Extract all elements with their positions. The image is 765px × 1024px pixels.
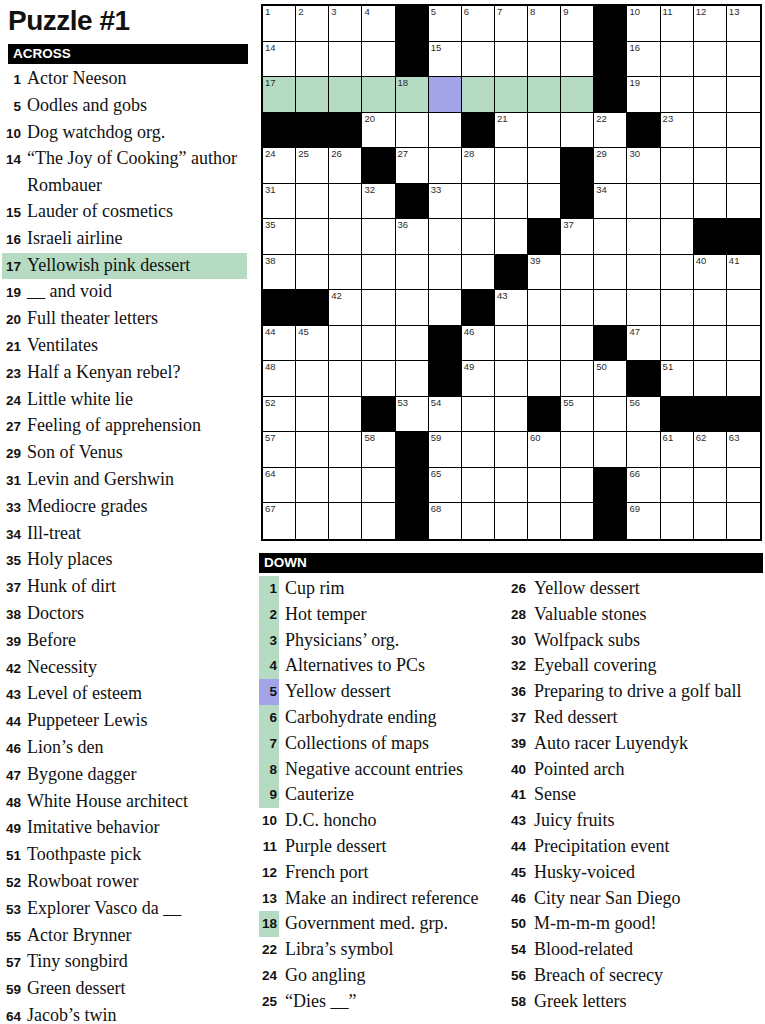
grid-cell[interactable] — [661, 326, 694, 362]
grid-cell[interactable] — [329, 77, 362, 113]
down-header-bar: DOWN — [259, 553, 763, 573]
cell-number: 30 — [629, 148, 640, 159]
grid-cell[interactable] — [396, 113, 429, 149]
across-clue-35[interactable]: 35Holy places — [6, 547, 247, 574]
down-clue-text: City near San Diego — [534, 886, 680, 912]
across-clue-47[interactable]: 47Bygone dagger — [6, 762, 247, 789]
grid-cell[interactable] — [727, 113, 760, 149]
cell-number: 20 — [364, 113, 375, 124]
grid-cell[interactable] — [727, 326, 760, 362]
down-clue-9[interactable]: 9Cauterize — [259, 782, 505, 808]
grid-cell[interactable] — [694, 184, 727, 220]
grid-cell[interactable]: 23 — [661, 113, 694, 149]
grid-cell[interactable]: 6 — [462, 6, 495, 42]
grid-cell[interactable]: 58 — [362, 432, 395, 468]
grid-cell[interactable] — [296, 184, 329, 220]
grid-cell[interactable]: 14 — [263, 42, 296, 78]
grid-cell[interactable] — [561, 361, 594, 397]
grid-cell[interactable] — [362, 326, 395, 362]
down-clue-10[interactable]: 10D.C. honcho — [259, 808, 505, 834]
grid-cell[interactable] — [694, 113, 727, 149]
grid-cell[interactable]: 57 — [263, 432, 296, 468]
grid-cell[interactable] — [561, 113, 594, 149]
grid-cell[interactable] — [694, 77, 727, 113]
across-clue-34[interactable]: 34Ill-treat — [6, 521, 247, 548]
grid-cell[interactable] — [727, 148, 760, 184]
grid-cell[interactable] — [329, 42, 362, 78]
grid-cell[interactable] — [462, 432, 495, 468]
across-clue-37[interactable]: 37Hunk of dirt — [6, 574, 247, 601]
grid-cell[interactable] — [561, 326, 594, 362]
down-clue-1[interactable]: 1Cup rim — [259, 576, 505, 602]
grid-cell[interactable] — [561, 77, 594, 113]
grid-cell[interactable]: 29 — [594, 148, 627, 184]
grid-cell[interactable]: 32 — [362, 184, 395, 220]
grid-cell[interactable]: 67 — [263, 503, 296, 539]
grid-cell[interactable]: 61 — [661, 432, 694, 468]
grid-cell[interactable] — [627, 255, 660, 291]
grid-cell[interactable] — [495, 468, 528, 504]
across-clue-64[interactable]: 64Jacob’s twin — [6, 1003, 247, 1024]
down-clue-54[interactable]: 54Blood-related — [508, 937, 764, 963]
down-clue-text: Carbohydrate ending — [285, 705, 436, 731]
grid-cell[interactable]: 63 — [727, 432, 760, 468]
grid-cell[interactable]: 37 — [561, 219, 594, 255]
grid-cell[interactable]: 41 — [727, 255, 760, 291]
grid-cell[interactable] — [462, 184, 495, 220]
across-clue-text: “The Joy of Cooking” author Rombauer — [27, 148, 237, 195]
grid-cell[interactable] — [462, 77, 495, 113]
grid-cell[interactable] — [495, 148, 528, 184]
grid-cell[interactable] — [296, 219, 329, 255]
across-clue-31[interactable]: 31Levin and Gershwin — [6, 467, 247, 494]
grid-cell[interactable] — [528, 361, 561, 397]
grid-cell[interactable]: 50 — [594, 361, 627, 397]
grid-cell[interactable] — [528, 468, 561, 504]
across-clue-29[interactable]: 29Son of Venus — [6, 440, 247, 467]
down-clue-number: 28 — [508, 602, 528, 628]
grid-cell[interactable] — [561, 290, 594, 326]
grid-cell[interactable] — [727, 503, 760, 539]
across-clue-39[interactable]: 39Before — [6, 628, 247, 655]
grid-cell[interactable] — [362, 361, 395, 397]
across-clue-23[interactable]: 23Half a Kenyan rebel? — [6, 360, 247, 387]
grid-cell[interactable]: 4 — [362, 6, 395, 42]
grid-cell[interactable] — [362, 77, 395, 113]
down-clue-22[interactable]: 22Libra’s symbol — [259, 937, 505, 963]
grid-cell[interactable]: 53 — [396, 397, 429, 433]
grid-cell[interactable] — [429, 219, 462, 255]
across-clue-48[interactable]: 48White House architect — [6, 789, 247, 816]
grid-cell[interactable]: 21 — [495, 113, 528, 149]
grid-cell[interactable]: 11 — [661, 6, 694, 42]
grid-cell[interactable] — [396, 326, 429, 362]
grid-cell[interactable] — [362, 42, 395, 78]
grid-cell[interactable] — [495, 503, 528, 539]
black-cell — [594, 503, 627, 539]
down-clue-2[interactable]: 2Hot temper — [259, 602, 505, 628]
grid-cell[interactable] — [362, 290, 395, 326]
down-clue-36[interactable]: 36Preparing to drive a golf ball — [508, 679, 764, 705]
grid-cell[interactable] — [296, 42, 329, 78]
grid-cell[interactable] — [727, 184, 760, 220]
grid-cell[interactable] — [694, 42, 727, 78]
grid-cell[interactable] — [627, 290, 660, 326]
grid-cell[interactable] — [462, 219, 495, 255]
down-clue-32[interactable]: 32Eyeball covering — [508, 653, 764, 679]
down-clue-7[interactable]: 7Collections of maps — [259, 731, 505, 757]
grid-cell[interactable]: 26 — [329, 148, 362, 184]
down-clue-37[interactable]: 37Red dessert — [508, 705, 764, 731]
grid-cell[interactable] — [528, 503, 561, 539]
down-clue-text: Alternatives to PCs — [285, 653, 425, 679]
across-clue-10[interactable]: 10Dog watchdog org. — [6, 120, 247, 147]
grid-cell[interactable] — [661, 42, 694, 78]
down-clue-4[interactable]: 4Alternatives to PCs — [259, 653, 505, 679]
cell-number: 57 — [265, 432, 276, 443]
grid-cell[interactable]: 27 — [396, 148, 429, 184]
grid-cell[interactable] — [462, 503, 495, 539]
grid-cell[interactable]: 9 — [561, 6, 594, 42]
across-clue-number: 31 — [6, 468, 21, 494]
grid-cell[interactable]: 35 — [263, 219, 296, 255]
down-clue-56[interactable]: 56Breach of secrecy — [508, 963, 764, 989]
grid-cell[interactable]: 31 — [263, 184, 296, 220]
down-clue-30[interactable]: 30Wolfpack subs — [508, 628, 764, 654]
grid-cell[interactable] — [661, 184, 694, 220]
grid-cell[interactable]: 65 — [429, 468, 462, 504]
across-clue-51[interactable]: 51Toothpaste pick — [6, 842, 247, 869]
grid-cell[interactable]: 52 — [263, 397, 296, 433]
down-clue-12[interactable]: 12French port — [259, 860, 505, 886]
grid-cell[interactable] — [495, 397, 528, 433]
grid-cell[interactable]: 13 — [727, 6, 760, 42]
across-clue-33[interactable]: 33Mediocre grades — [6, 494, 247, 521]
grid-cell[interactable] — [296, 77, 329, 113]
across-clue-21[interactable]: 21Ventilates — [6, 333, 247, 360]
down-clue-58[interactable]: 58Greek letters — [508, 989, 764, 1015]
grid-cell[interactable] — [561, 468, 594, 504]
grid-cell[interactable] — [362, 219, 395, 255]
grid-cell[interactable] — [661, 468, 694, 504]
grid-cell[interactable]: 45 — [296, 326, 329, 362]
grid-cell[interactable] — [495, 432, 528, 468]
grid-cell[interactable] — [694, 148, 727, 184]
grid-cell[interactable] — [627, 432, 660, 468]
down-clue-number: 32 — [508, 653, 528, 679]
grid-cell[interactable] — [296, 432, 329, 468]
grid-cell[interactable]: 59 — [429, 432, 462, 468]
grid-cell[interactable] — [429, 255, 462, 291]
grid-cell[interactable]: 68 — [429, 503, 462, 539]
grid-cell[interactable] — [661, 255, 694, 291]
grid-cell[interactable]: 28 — [462, 148, 495, 184]
down-clue-39[interactable]: 39Auto racer Luyendyk — [508, 731, 764, 757]
across-clue-1[interactable]: 1Actor Neeson — [6, 66, 247, 93]
grid-cell[interactable] — [727, 361, 760, 397]
grid-cell[interactable]: 22 — [594, 113, 627, 149]
down-clue-43[interactable]: 43Juicy fruits — [508, 808, 764, 834]
grid-cell[interactable] — [561, 42, 594, 78]
down-clue-6[interactable]: 6Carbohydrate ending — [259, 705, 505, 731]
grid-cell[interactable] — [296, 361, 329, 397]
grid-cell[interactable] — [329, 255, 362, 291]
grid-cell[interactable] — [694, 468, 727, 504]
across-clue-number: 21 — [6, 334, 21, 360]
across-clue-14[interactable]: 14“The Joy of Cooking” author Rombauer — [6, 146, 247, 199]
across-clue-number: 29 — [6, 441, 21, 467]
grid-cell[interactable] — [528, 42, 561, 78]
across-clue-16[interactable]: 16Israeli airline — [6, 226, 247, 253]
grid-cell[interactable] — [296, 255, 329, 291]
across-clue-27[interactable]: 27Feeling of apprehension — [6, 413, 247, 440]
across-clue-text: Doctors — [27, 603, 84, 623]
grid-cell[interactable] — [727, 42, 760, 78]
across-clue-59[interactable]: 59Green dessert — [6, 976, 247, 1003]
grid-cell[interactable]: 18 — [396, 77, 429, 113]
grid-cell[interactable] — [594, 255, 627, 291]
down-clue-28[interactable]: 28Valuable stones — [508, 602, 764, 628]
cell-number: 49 — [464, 361, 475, 372]
grid-cell[interactable] — [329, 326, 362, 362]
grid-cell[interactable] — [627, 219, 660, 255]
grid-cell[interactable] — [661, 148, 694, 184]
across-clue-19[interactable]: 19__ and void — [6, 279, 247, 306]
cell-number: 31 — [265, 184, 276, 195]
across-clue-42[interactable]: 42Necessity — [6, 655, 247, 682]
grid-cell[interactable] — [462, 468, 495, 504]
grid-cell[interactable] — [528, 77, 561, 113]
down-clue-24[interactable]: 24Go angling — [259, 963, 505, 989]
grid-cell[interactable]: 19 — [627, 77, 660, 113]
grid-cell[interactable] — [528, 290, 561, 326]
down-clue-number: 7 — [259, 731, 279, 757]
grid-cell[interactable] — [296, 503, 329, 539]
grid-cell[interactable] — [594, 432, 627, 468]
down-clue-45[interactable]: 45Husky-voiced — [508, 860, 764, 886]
across-clue-53[interactable]: 53Explorer Vasco da __ — [6, 896, 247, 923]
grid-cell[interactable]: 7 — [495, 6, 528, 42]
down-clue-3[interactable]: 3Physicians’ org. — [259, 628, 505, 654]
grid-cell[interactable]: 25 — [296, 148, 329, 184]
grid-cell[interactable]: 34 — [594, 184, 627, 220]
across-clue-text: White House architect — [27, 791, 188, 811]
grid-cell[interactable] — [362, 468, 395, 504]
grid-cell[interactable] — [329, 432, 362, 468]
grid-cell[interactable]: 44 — [263, 326, 296, 362]
down-clue-text: Wolfpack subs — [534, 628, 640, 654]
across-clue-text: Yellowish pink dessert — [27, 255, 190, 275]
down-clue-text: Sense — [534, 782, 576, 808]
grid-cell[interactable] — [528, 326, 561, 362]
grid-cell[interactable]: 47 — [627, 326, 660, 362]
across-clue-44[interactable]: 44Puppeteer Lewis — [6, 708, 247, 735]
grid-cell[interactable] — [329, 397, 362, 433]
cell-number: 64 — [265, 468, 276, 479]
grid-cell[interactable]: 39 — [528, 255, 561, 291]
grid-cell[interactable] — [362, 255, 395, 291]
grid-cell[interactable] — [594, 397, 627, 433]
cell-number: 42 — [331, 290, 342, 301]
cell-number: 10 — [629, 6, 640, 17]
grid-cell[interactable] — [495, 184, 528, 220]
grid-cell[interactable] — [561, 255, 594, 291]
grid-cell[interactable]: 10 — [627, 6, 660, 42]
grid-cell[interactable] — [528, 148, 561, 184]
grid-cell[interactable]: 38 — [263, 255, 296, 291]
down-clue-18[interactable]: 18Government med. grp. — [259, 911, 505, 937]
grid-cell[interactable] — [661, 77, 694, 113]
grid-cell[interactable]: 24 — [263, 148, 296, 184]
grid-cell[interactable] — [329, 184, 362, 220]
grid-cell[interactable] — [661, 290, 694, 326]
down-clue-text: Negative account entries — [285, 757, 463, 783]
grid-cell[interactable] — [429, 290, 462, 326]
grid-cell[interactable] — [661, 219, 694, 255]
black-cell — [462, 113, 495, 149]
grid-cell[interactable]: 30 — [627, 148, 660, 184]
grid-cell[interactable] — [694, 326, 727, 362]
grid-cell[interactable]: 54 — [429, 397, 462, 433]
down-clue-41[interactable]: 41Sense — [508, 782, 764, 808]
grid-cell[interactable]: 62 — [694, 432, 727, 468]
down-clue-44[interactable]: 44Precipitation event — [508, 834, 764, 860]
cell-number: 15 — [431, 42, 442, 53]
grid-cell[interactable] — [594, 290, 627, 326]
grid-cell[interactable] — [329, 468, 362, 504]
grid-cell[interactable]: 60 — [528, 432, 561, 468]
grid-cell[interactable] — [396, 290, 429, 326]
cell-number: 69 — [629, 503, 640, 514]
down-clue-25[interactable]: 25“Dies __” — [259, 989, 505, 1015]
grid-cell[interactable] — [528, 113, 561, 149]
grid-cell[interactable] — [528, 184, 561, 220]
across-clue-number: 59 — [6, 977, 21, 1003]
grid-cell[interactable] — [627, 184, 660, 220]
across-clue-5[interactable]: 5Oodles and gobs — [6, 93, 247, 120]
grid-cell[interactable] — [429, 113, 462, 149]
grid-cell[interactable] — [495, 77, 528, 113]
grid-cell[interactable]: 46 — [462, 326, 495, 362]
down-clue-text: Auto racer Luyendyk — [534, 731, 688, 757]
grid-cell[interactable] — [561, 503, 594, 539]
grid-cell[interactable] — [495, 361, 528, 397]
grid-cell[interactable]: 51 — [661, 361, 694, 397]
grid-cell[interactable]: 2 — [296, 6, 329, 42]
grid-cell[interactable] — [329, 503, 362, 539]
grid-cell[interactable]: 66 — [627, 468, 660, 504]
down-clue-5[interactable]: 5Yellow dessert — [259, 679, 505, 705]
grid-cell[interactable]: 36 — [396, 219, 429, 255]
across-clue-15[interactable]: 15Lauder of cosmetics — [6, 199, 247, 226]
across-clue-24[interactable]: 24Little white lie — [6, 387, 247, 414]
black-cell — [694, 219, 727, 255]
cell-number: 27 — [398, 148, 409, 159]
grid-cell[interactable]: 16 — [627, 42, 660, 78]
grid-cell[interactable]: 56 — [627, 397, 660, 433]
across-clue-52[interactable]: 52Rowboat rower — [6, 869, 247, 896]
across-clue-17[interactable]: 17Yellowish pink dessert — [2, 253, 247, 280]
grid-cell[interactable]: 55 — [561, 397, 594, 433]
grid-cell[interactable] — [362, 503, 395, 539]
grid-cell[interactable]: 64 — [263, 468, 296, 504]
grid-cell[interactable] — [727, 77, 760, 113]
grid-cell[interactable] — [329, 219, 362, 255]
down-clue-text: Breach of secrecy — [534, 963, 663, 989]
grid-cell[interactable] — [429, 148, 462, 184]
grid-cell[interactable]: 69 — [627, 503, 660, 539]
grid-cell[interactable]: 33 — [429, 184, 462, 220]
grid-cell[interactable]: 15 — [429, 42, 462, 78]
across-clue-text: Imitative behavior — [27, 817, 159, 837]
across-clue-49[interactable]: 49Imitative behavior — [6, 815, 247, 842]
grid-cell[interactable] — [329, 361, 362, 397]
down-clue-number: 3 — [259, 628, 279, 654]
grid-cell[interactable] — [396, 255, 429, 291]
across-clue-57[interactable]: 57Tiny songbird — [6, 949, 247, 976]
grid-cell[interactable]: 17 — [263, 77, 296, 113]
grid-cell[interactable] — [296, 468, 329, 504]
grid-cell[interactable]: 8 — [528, 6, 561, 42]
grid-cell[interactable]: 3 — [329, 6, 362, 42]
grid-cell[interactable] — [727, 290, 760, 326]
grid-cell[interactable] — [594, 219, 627, 255]
grid-cell[interactable]: 49 — [462, 361, 495, 397]
down-clue-11[interactable]: 11Purple dessert — [259, 834, 505, 860]
grid-cell[interactable]: 20 — [362, 113, 395, 149]
down-clue-text: Cup rim — [285, 576, 345, 602]
across-clue-text: Feeling of apprehension — [27, 415, 201, 435]
grid-cell[interactable] — [495, 326, 528, 362]
grid-cell[interactable] — [694, 290, 727, 326]
grid-cell[interactable]: 1 — [263, 6, 296, 42]
grid-cell[interactable] — [396, 361, 429, 397]
down-clue-50[interactable]: 50M-m-m-m good! — [508, 911, 764, 937]
grid-cell[interactable]: 48 — [263, 361, 296, 397]
grid-cell[interactable] — [495, 42, 528, 78]
down-clue-40[interactable]: 40Pointed arch — [508, 757, 764, 783]
down-clue-46[interactable]: 46City near San Diego — [508, 886, 764, 912]
across-clue-46[interactable]: 46Lion’s den — [6, 735, 247, 762]
down-clue-26[interactable]: 26Yellow dessert — [508, 576, 764, 602]
grid-cell[interactable] — [694, 503, 727, 539]
grid-cell[interactable]: 42 — [329, 290, 362, 326]
across-clue-20[interactable]: 20Full theater letters — [6, 306, 247, 333]
across-clue-text: Ventilates — [27, 335, 98, 355]
grid-cell[interactable] — [296, 397, 329, 433]
grid-cell[interactable] — [561, 432, 594, 468]
across-clue-number: 27 — [6, 414, 21, 440]
grid-cell[interactable] — [462, 397, 495, 433]
across-clue-55[interactable]: 55Actor Brynner — [6, 923, 247, 950]
grid-cell[interactable]: 43 — [495, 290, 528, 326]
cell-number: 13 — [729, 6, 740, 17]
down-clue-8[interactable]: 8Negative account entries — [259, 757, 505, 783]
grid-cell[interactable] — [429, 77, 462, 113]
grid-cell[interactable]: 12 — [694, 6, 727, 42]
grid-cell[interactable] — [727, 468, 760, 504]
grid-cell[interactable] — [661, 503, 694, 539]
across-clue-43[interactable]: 43Level of esteem — [6, 681, 247, 708]
grid-cell[interactable] — [495, 219, 528, 255]
grid-cell[interactable] — [694, 361, 727, 397]
grid-cell[interactable] — [462, 255, 495, 291]
grid-cell[interactable]: 40 — [694, 255, 727, 291]
grid-cell[interactable]: 5 — [429, 6, 462, 42]
down-clue-13[interactable]: 13Make an indirect reference — [259, 886, 505, 912]
across-clue-38[interactable]: 38Doctors — [6, 601, 247, 628]
grid-cell[interactable] — [462, 42, 495, 78]
